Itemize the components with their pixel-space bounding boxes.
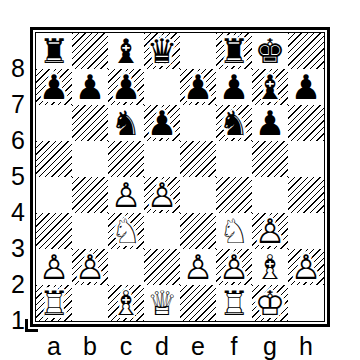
black-pawn-halo: ♟	[288, 69, 324, 105]
black-pawn-halo: ♟	[180, 69, 216, 105]
black-king-icon: ♚	[252, 33, 288, 69]
square-c4[interactable]: ♟♙	[108, 177, 144, 213]
white-rook-icon: ♖	[216, 285, 252, 321]
square-e7[interactable]: ♟♟	[180, 69, 216, 105]
square-f3[interactable]: ♞♘	[216, 213, 252, 249]
black-pawn-icon: ♟	[36, 69, 72, 105]
rank-label-3: 3	[6, 230, 30, 266]
square-h4[interactable]	[288, 177, 324, 213]
square-h7[interactable]: ♟♟	[288, 69, 324, 105]
square-f8[interactable]: ♜♜	[216, 33, 252, 69]
square-g4[interactable]	[252, 177, 288, 213]
black-pawn-halo: ♟	[108, 69, 144, 105]
black-rook-halo: ♜	[216, 33, 252, 69]
square-e4[interactable]	[180, 177, 216, 213]
square-f2[interactable]: ♟♙	[216, 249, 252, 285]
black-pawn-halo: ♟	[144, 105, 180, 141]
white-pawn-halo: ♟	[216, 249, 252, 285]
white-pawn-icon: ♙	[180, 249, 216, 285]
square-f4[interactable]	[216, 177, 252, 213]
white-knight-halo: ♞	[216, 213, 252, 249]
chess-board: ♜♜♝♝♛♛♜♜♚♚♟♟♟♟♟♟♟♟♟♟♝♝♟♟♞♞♟♟♞♞♟♟♟♙♟♙♞♘♞♘…	[35, 32, 325, 322]
white-bishop-halo: ♝	[252, 249, 288, 285]
square-f7[interactable]: ♟♟	[216, 69, 252, 105]
square-c2[interactable]	[108, 249, 144, 285]
square-b2[interactable]: ♟♙	[72, 249, 108, 285]
square-d4[interactable]: ♟♙	[144, 177, 180, 213]
black-pawn-icon: ♟	[72, 69, 108, 105]
white-pawn-halo: ♟	[288, 249, 324, 285]
square-h1[interactable]	[288, 285, 324, 321]
black-pawn-halo: ♟	[72, 69, 108, 105]
file-label-d: d	[144, 332, 180, 360]
white-pawn-icon: ♙	[72, 249, 108, 285]
square-d2[interactable]	[144, 249, 180, 285]
square-c1[interactable]: ♝♗	[108, 285, 144, 321]
square-e5[interactable]	[180, 141, 216, 177]
white-rook-halo: ♜	[216, 285, 252, 321]
white-bishop-halo: ♝	[108, 285, 144, 321]
square-f1[interactable]: ♜♖	[216, 285, 252, 321]
square-c8[interactable]: ♝♝	[108, 33, 144, 69]
file-label-g: g	[252, 332, 288, 360]
square-c7[interactable]: ♟♟	[108, 69, 144, 105]
rank-label-8: 8	[6, 50, 30, 86]
rank-label-6: 6	[6, 122, 30, 158]
white-knight-halo: ♞	[108, 213, 144, 249]
black-knight-icon: ♞	[216, 105, 252, 141]
black-bishop-icon: ♝	[252, 69, 288, 105]
white-queen-icon: ♕	[144, 285, 180, 321]
square-a7[interactable]: ♟♟	[36, 69, 72, 105]
file-label-h: h	[288, 332, 324, 360]
square-b4[interactable]	[72, 177, 108, 213]
white-pawn-icon: ♙	[288, 249, 324, 285]
black-pawn-halo: ♟	[252, 105, 288, 141]
square-a3[interactable]	[36, 213, 72, 249]
white-knight-icon: ♘	[216, 213, 252, 249]
square-c6[interactable]: ♞♞	[108, 105, 144, 141]
white-pawn-halo: ♟	[144, 177, 180, 213]
square-f5[interactable]	[216, 141, 252, 177]
square-h2[interactable]: ♟♙	[288, 249, 324, 285]
white-knight-icon: ♘	[108, 213, 144, 249]
file-label-b: b	[72, 332, 108, 360]
black-knight-halo: ♞	[216, 105, 252, 141]
file-label-f: f	[216, 332, 252, 360]
black-king-halo: ♚	[252, 33, 288, 69]
rank-label-5: 5	[6, 158, 30, 194]
white-king-halo: ♚	[252, 285, 288, 321]
white-pawn-icon: ♙	[216, 249, 252, 285]
square-b7[interactable]: ♟♟	[72, 69, 108, 105]
black-pawn-icon: ♟	[288, 69, 324, 105]
square-h5[interactable]	[288, 141, 324, 177]
rank-labels: 87654321	[6, 50, 30, 338]
square-e2[interactable]: ♟♙	[180, 249, 216, 285]
rank-label-2: 2	[6, 266, 30, 302]
square-b5[interactable]	[72, 141, 108, 177]
white-pawn-halo: ♟	[108, 177, 144, 213]
black-bishop-halo: ♝	[252, 69, 288, 105]
square-g8[interactable]: ♚♚	[252, 33, 288, 69]
square-b8[interactable]	[72, 33, 108, 69]
rank-label-7: 7	[6, 86, 30, 122]
square-c3[interactable]: ♞♘	[108, 213, 144, 249]
square-f6[interactable]: ♞♞	[216, 105, 252, 141]
square-g6[interactable]: ♟♟	[252, 105, 288, 141]
square-h6[interactable]	[288, 105, 324, 141]
black-pawn-icon: ♟	[144, 105, 180, 141]
white-bishop-icon: ♗	[108, 285, 144, 321]
black-knight-halo: ♞	[108, 105, 144, 141]
white-rook-halo: ♜	[36, 285, 72, 321]
square-a6[interactable]	[36, 105, 72, 141]
black-queen-halo: ♛	[144, 33, 180, 69]
square-e3[interactable]	[180, 213, 216, 249]
square-h3[interactable]	[288, 213, 324, 249]
black-bishop-halo: ♝	[108, 33, 144, 69]
white-pawn-halo: ♟	[36, 249, 72, 285]
frame-corner-ornament	[25, 319, 38, 332]
square-c5[interactable]	[108, 141, 144, 177]
black-pawn-icon: ♟	[252, 105, 288, 141]
square-e6[interactable]	[180, 105, 216, 141]
file-label-a: a	[36, 332, 72, 360]
white-bishop-icon: ♗	[252, 249, 288, 285]
square-d6[interactable]: ♟♟	[144, 105, 180, 141]
black-pawn-icon: ♟	[108, 69, 144, 105]
square-a2[interactable]: ♟♙	[36, 249, 72, 285]
square-g3[interactable]: ♟♙	[252, 213, 288, 249]
white-pawn-halo: ♟	[252, 213, 288, 249]
square-b1[interactable]	[72, 285, 108, 321]
square-g1[interactable]: ♚♔	[252, 285, 288, 321]
white-pawn-icon: ♙	[252, 213, 288, 249]
black-rook-icon: ♜	[216, 33, 252, 69]
square-h8[interactable]	[288, 33, 324, 69]
black-pawn-icon: ♟	[180, 69, 216, 105]
white-pawn-icon: ♙	[36, 249, 72, 285]
white-pawn-icon: ♙	[108, 177, 144, 213]
white-pawn-halo: ♟	[180, 249, 216, 285]
black-queen-icon: ♛	[144, 33, 180, 69]
square-a4[interactable]	[36, 177, 72, 213]
square-d1[interactable]: ♛♕	[144, 285, 180, 321]
black-pawn-halo: ♟	[216, 69, 252, 105]
square-e1[interactable]	[180, 285, 216, 321]
file-label-e: e	[180, 332, 216, 360]
square-g5[interactable]	[252, 141, 288, 177]
black-pawn-icon: ♟	[216, 69, 252, 105]
black-rook-icon: ♜	[36, 33, 72, 69]
board-frame: ♜♜♝♝♛♛♜♜♚♚♟♟♟♟♟♟♟♟♟♟♝♝♟♟♞♞♟♟♞♞♟♟♟♙♟♙♞♘♞♘…	[30, 27, 330, 327]
white-pawn-icon: ♙	[144, 177, 180, 213]
white-pawn-halo: ♟	[72, 249, 108, 285]
square-a1[interactable]: ♜♖	[36, 285, 72, 321]
square-e8[interactable]	[180, 33, 216, 69]
square-d7[interactable]	[144, 69, 180, 105]
square-g7[interactable]: ♝♝	[252, 69, 288, 105]
square-b3[interactable]	[72, 213, 108, 249]
square-a8[interactable]: ♜♜	[36, 33, 72, 69]
black-knight-icon: ♞	[108, 105, 144, 141]
square-d3[interactable]	[144, 213, 180, 249]
rank-label-4: 4	[6, 194, 30, 230]
black-rook-halo: ♜	[36, 33, 72, 69]
square-a5[interactable]	[36, 141, 72, 177]
square-g2[interactable]: ♝♗	[252, 249, 288, 285]
white-queen-halo: ♛	[144, 285, 180, 321]
square-b6[interactable]	[72, 105, 108, 141]
file-label-c: c	[108, 332, 144, 360]
white-rook-icon: ♖	[36, 285, 72, 321]
file-labels: abcdefgh	[36, 332, 324, 356]
square-d8[interactable]: ♛♛	[144, 33, 180, 69]
square-d5[interactable]	[144, 141, 180, 177]
white-king-icon: ♔	[252, 285, 288, 321]
black-bishop-icon: ♝	[108, 33, 144, 69]
black-pawn-halo: ♟	[36, 69, 72, 105]
